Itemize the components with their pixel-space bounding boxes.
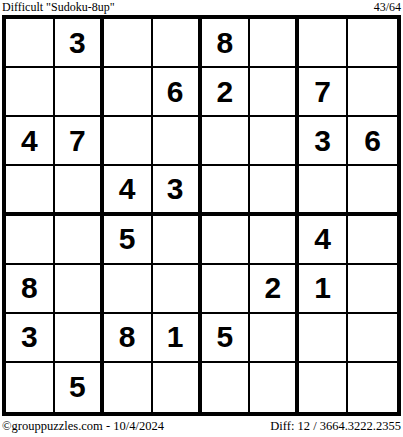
cell-r8c6-empty[interactable] <box>250 363 299 412</box>
cell-r1c8-empty[interactable] <box>348 19 397 68</box>
cell-r4c2-empty[interactable] <box>55 166 104 215</box>
cell-r3c4-empty[interactable] <box>153 117 202 166</box>
cell-r3c6-empty[interactable] <box>250 117 299 166</box>
cell-r3c2-given: 7 <box>55 117 104 166</box>
cell-r6c3-empty[interactable] <box>104 265 153 314</box>
cell-r7c1-given: 3 <box>6 314 55 363</box>
cell-r1c6-empty[interactable] <box>250 19 299 68</box>
cell-r6c6-given: 2 <box>250 265 299 314</box>
cell-r7c2-empty[interactable] <box>55 314 104 363</box>
cell-r4c4-given: 3 <box>153 166 202 215</box>
cell-r2c3-empty[interactable] <box>104 68 153 117</box>
cell-r6c7-given: 1 <box>299 265 348 314</box>
cell-r4c5-empty[interactable] <box>202 166 251 215</box>
cell-r2c5-given: 2 <box>202 68 251 117</box>
difficulty-text: Diff: 12 / 3664.3222.2355 <box>270 419 401 433</box>
cell-r1c3-empty[interactable] <box>104 19 153 68</box>
cell-r8c1-empty[interactable] <box>6 363 55 412</box>
cell-r7c5-given: 5 <box>202 314 251 363</box>
cell-r6c1-given: 8 <box>6 265 55 314</box>
cell-r1c7-empty[interactable] <box>299 19 348 68</box>
cell-r4c1-empty[interactable] <box>6 166 55 215</box>
footer: ©grouppuzzles.com - 10/4/2024 Diff: 12 /… <box>0 416 403 433</box>
cell-r7c7-empty[interactable] <box>299 314 348 363</box>
cell-r4c8-empty[interactable] <box>348 166 397 215</box>
cell-r5c8-empty[interactable] <box>348 216 397 265</box>
copyright-text: ©grouppuzzles.com - 10/4/2024 <box>2 419 164 433</box>
cell-r7c6-empty[interactable] <box>250 314 299 363</box>
cell-r6c2-empty[interactable] <box>55 265 104 314</box>
cell-r7c8-empty[interactable] <box>348 314 397 363</box>
header: Difficult "Sudoku-8up" 43/64 <box>0 0 403 15</box>
cell-r5c4-empty[interactable] <box>153 216 202 265</box>
cell-r2c2-empty[interactable] <box>55 68 104 117</box>
cell-r8c7-empty[interactable] <box>299 363 348 412</box>
cell-r1c2-given: 3 <box>55 19 104 68</box>
cell-r4c6-empty[interactable] <box>250 166 299 215</box>
cell-r8c5-empty[interactable] <box>202 363 251 412</box>
cell-r6c5-empty[interactable] <box>202 265 251 314</box>
cell-r8c2-given: 5 <box>55 363 104 412</box>
cell-r1c5-given: 8 <box>202 19 251 68</box>
sudoku-board: 386274736435482138155 <box>2 15 401 416</box>
cell-r5c7-given: 4 <box>299 216 348 265</box>
cell-r2c8-empty[interactable] <box>348 68 397 117</box>
cell-r5c1-empty[interactable] <box>6 216 55 265</box>
cell-r8c3-empty[interactable] <box>104 363 153 412</box>
cell-r8c8-empty[interactable] <box>348 363 397 412</box>
cell-r3c8-given: 6 <box>348 117 397 166</box>
cell-r3c7-given: 3 <box>299 117 348 166</box>
page-number: 43/64 <box>374 0 401 14</box>
cell-r6c8-empty[interactable] <box>348 265 397 314</box>
cell-r2c4-given: 6 <box>153 68 202 117</box>
cell-r8c4-empty[interactable] <box>153 363 202 412</box>
cell-r2c1-empty[interactable] <box>6 68 55 117</box>
cell-r7c3-given: 8 <box>104 314 153 363</box>
cell-r6c4-empty[interactable] <box>153 265 202 314</box>
cell-r5c3-given: 5 <box>104 216 153 265</box>
cell-r3c3-empty[interactable] <box>104 117 153 166</box>
puzzle-page: Difficult "Sudoku-8up" 43/64 38627473643… <box>0 0 403 437</box>
cell-r3c1-given: 4 <box>6 117 55 166</box>
cell-r1c1-empty[interactable] <box>6 19 55 68</box>
cell-r1c4-empty[interactable] <box>153 19 202 68</box>
cell-r4c7-empty[interactable] <box>299 166 348 215</box>
cell-r7c4-given: 1 <box>153 314 202 363</box>
cell-r5c6-empty[interactable] <box>250 216 299 265</box>
cell-r5c2-empty[interactable] <box>55 216 104 265</box>
cell-r4c3-given: 4 <box>104 166 153 215</box>
cell-r5c5-empty[interactable] <box>202 216 251 265</box>
cell-r2c6-empty[interactable] <box>250 68 299 117</box>
cell-r2c7-given: 7 <box>299 68 348 117</box>
cell-r3c5-empty[interactable] <box>202 117 251 166</box>
puzzle-title: Difficult "Sudoku-8up" <box>2 0 115 14</box>
